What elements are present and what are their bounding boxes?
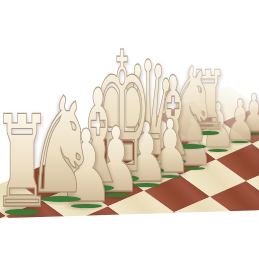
piece-white-rook: ♜ — [0, 113, 52, 212]
chess-set-photo: ♜♞♝♚♛♝♞♜♟♟♟♟♟♟♟♟ — [0, 0, 259, 259]
